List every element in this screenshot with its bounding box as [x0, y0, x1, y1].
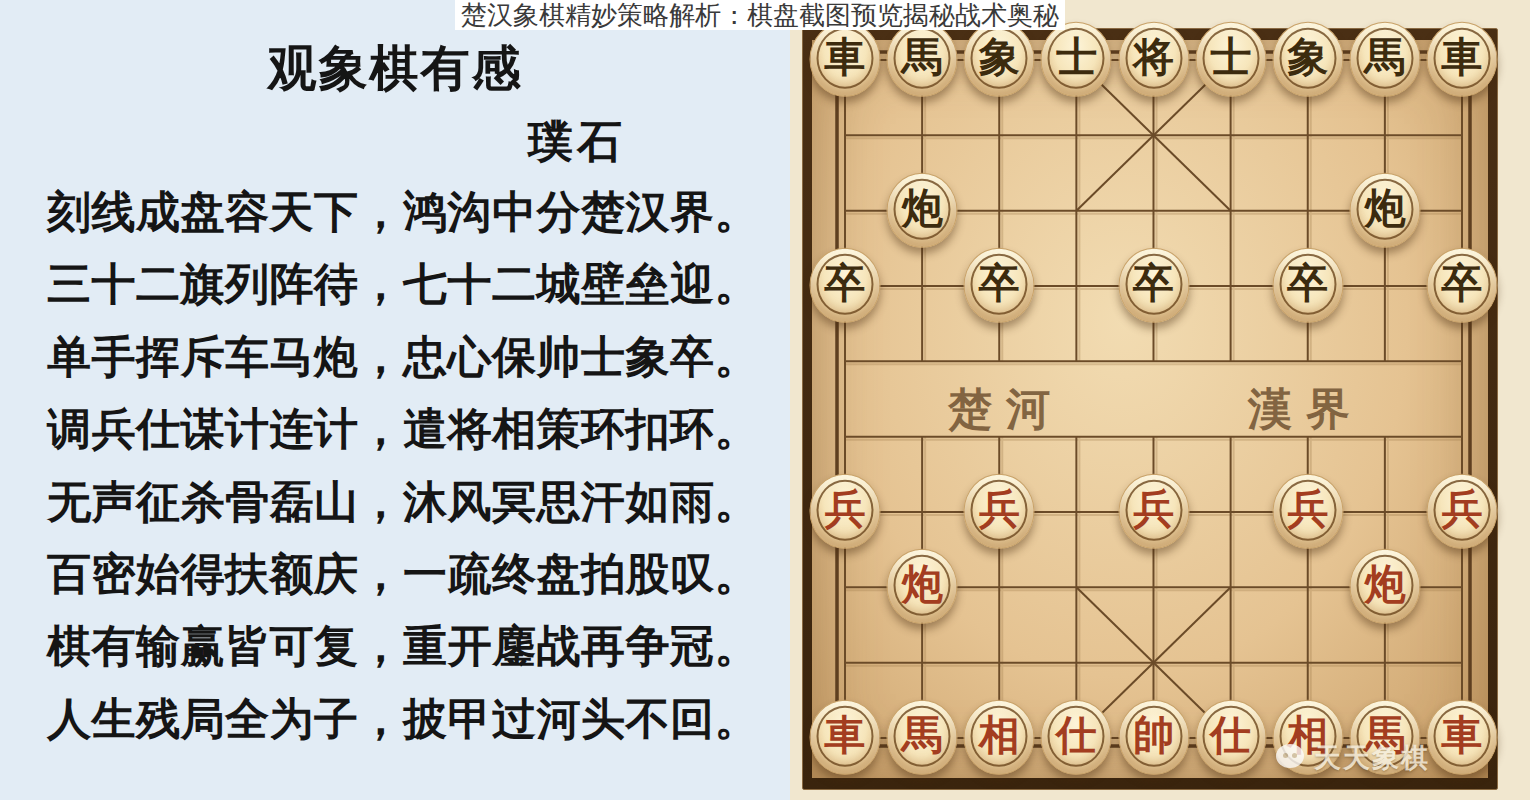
piece-red-帥[interactable]: 帥 — [1118, 700, 1189, 775]
poem-line: 调兵仕谋计连计，遣将相策环扣环。 — [47, 393, 767, 465]
piece-red-兵[interactable]: 兵 — [964, 474, 1035, 549]
poem-line: 单手挥斥车马炮，忠心保帅士象卒。 — [47, 321, 767, 393]
poem-line: 百密始得扶额庆，一疏终盘拍股叹。 — [47, 538, 767, 610]
piece-red-車[interactable]: 車 — [1427, 700, 1498, 775]
poem-panel: 观象棋有感 璞石 刻线成盘容天下，鸿沟中分楚汉界。 三十二旗列阵待，七十二城壁垒… — [0, 0, 790, 800]
poem-body: 刻线成盘容天下，鸿沟中分楚汉界。 三十二旗列阵待，七十二城壁垒迎。 单手挥斥车马… — [47, 176, 767, 755]
piece-black-士[interactable]: 士 — [1041, 22, 1112, 97]
piece-red-兵[interactable]: 兵 — [1118, 474, 1189, 549]
piece-black-卒[interactable]: 卒 — [1272, 248, 1343, 323]
piece-black-卒[interactable]: 卒 — [1118, 248, 1189, 323]
piece-red-兵[interactable]: 兵 — [1272, 474, 1343, 549]
piece-black-卒[interactable]: 卒 — [810, 248, 881, 323]
piece-black-象[interactable]: 象 — [964, 22, 1035, 97]
watermark: 天天象棋 — [1276, 740, 1430, 776]
poem-line: 三十二旗列阵待，七十二城壁垒迎。 — [47, 248, 767, 320]
piece-red-兵[interactable]: 兵 — [1427, 474, 1498, 549]
piece-red-炮[interactable]: 炮 — [887, 549, 958, 624]
piece-red-炮[interactable]: 炮 — [1349, 549, 1420, 624]
piece-red-馬[interactable]: 馬 — [887, 700, 958, 775]
piece-black-象[interactable]: 象 — [1272, 22, 1343, 97]
poem-line: 人生残局全为子，披甲过河头不回。 — [47, 683, 767, 755]
poem-line: 无声征杀骨磊山，沐风冥思汗如雨。 — [47, 466, 767, 538]
piece-black-炮[interactable]: 炮 — [887, 172, 958, 247]
xiangqi-board-panel: 楚河 漢界 車馬象士将士象馬車炮炮卒卒卒卒卒兵兵兵兵兵炮炮車馬相仕帥仕相馬車 天… — [790, 0, 1530, 800]
poem-title: 观象棋有感 — [0, 36, 790, 102]
piece-black-将[interactable]: 将 — [1118, 22, 1189, 97]
piece-black-車[interactable]: 車 — [810, 22, 881, 97]
piece-black-炮[interactable]: 炮 — [1349, 172, 1420, 247]
piece-black-卒[interactable]: 卒 — [964, 248, 1035, 323]
piece-red-仕[interactable]: 仕 — [1041, 700, 1112, 775]
piece-black-士[interactable]: 士 — [1195, 22, 1266, 97]
poem-line: 刻线成盘容天下，鸿沟中分楚汉界。 — [47, 176, 767, 248]
chat-bubble-icon — [1276, 744, 1306, 772]
piece-black-馬[interactable]: 馬 — [887, 22, 958, 97]
piece-red-相[interactable]: 相 — [964, 700, 1035, 775]
piece-red-仕[interactable]: 仕 — [1195, 700, 1266, 775]
piece-red-車[interactable]: 車 — [810, 700, 881, 775]
watermark-label: 天天象棋 — [1314, 740, 1430, 776]
poem-author: 璞石 — [528, 112, 626, 172]
piece-black-馬[interactable]: 馬 — [1349, 22, 1420, 97]
page-title: 楚汉象棋精妙策略解析：棋盘截图预览揭秘战术奥秘 — [455, 0, 1065, 30]
piece-black-車[interactable]: 車 — [1427, 22, 1498, 97]
poem-line: 棋有输赢皆可复，重开鏖战再争冠。 — [47, 610, 767, 682]
piece-black-卒[interactable]: 卒 — [1427, 248, 1498, 323]
piece-red-兵[interactable]: 兵 — [810, 474, 881, 549]
pieces-layer: 車馬象士将士象馬車炮炮卒卒卒卒卒兵兵兵兵兵炮炮車馬相仕帥仕相馬車 — [790, 0, 1530, 800]
